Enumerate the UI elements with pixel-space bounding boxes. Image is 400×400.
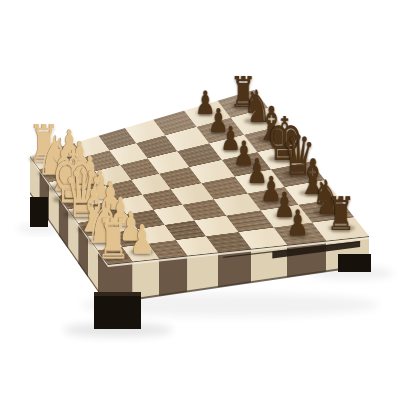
near-foot <box>94 292 141 329</box>
right-foot <box>338 254 371 272</box>
chess-set-product-photo: ♜♞♝♛♚♝♞♜♟♟♟♟♟♟♟♟♟♟♟♟♟♟♟♟♜♞♝♛♚♝♞♜ <box>0 0 400 400</box>
front-face-stripe <box>159 256 187 297</box>
near-foot-top <box>94 292 141 296</box>
front-face-stripe <box>187 252 218 292</box>
left-foot <box>30 197 48 227</box>
